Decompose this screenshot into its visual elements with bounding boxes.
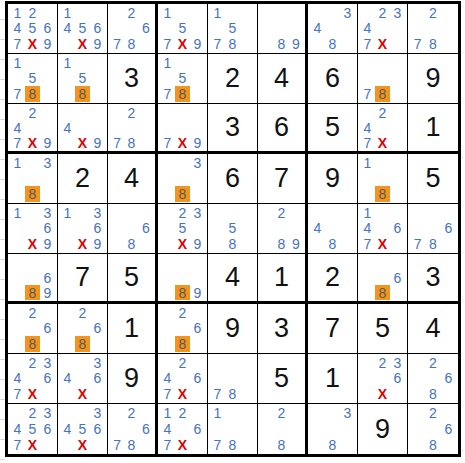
candidates: 289: [258, 204, 305, 253]
candidates: 4X9: [58, 104, 107, 151]
big-digit: 6: [308, 54, 357, 103]
candidate-3: 3: [390, 5, 405, 21]
cell-r2c6[interactable]: 4: [258, 54, 308, 104]
cell-r7c4[interactable]: 268: [158, 304, 208, 354]
cell-r5c5[interactable]: 58: [208, 204, 258, 254]
candidate-8: 8: [425, 36, 440, 52]
empty-candidate-slot: [160, 285, 175, 300]
big-digit: 6: [208, 154, 257, 203]
empty-candidate-slot: [40, 86, 55, 102]
cell-r3c7[interactable]: 5: [308, 104, 358, 154]
candidate-6: 6: [139, 221, 153, 237]
candidates: 158: [58, 54, 107, 103]
candidates: 1456X9: [58, 4, 107, 53]
cell-r2c7[interactable]: 6: [308, 54, 358, 104]
empty-candidate-slot: [325, 205, 340, 221]
candidate-4: 4: [360, 221, 375, 237]
cell-r7c3[interactable]: 1: [108, 304, 158, 354]
empty-candidate-slot: [60, 386, 75, 402]
empty-candidate-slot: [260, 21, 274, 37]
candidates: 234567X: [8, 404, 57, 454]
cell-r4c1[interactable]: 138: [8, 154, 58, 204]
empty-candidate-slot: [160, 186, 175, 202]
candidates: 78: [208, 354, 257, 403]
empty-candidate-slot: [40, 71, 55, 87]
candidate-2: 2: [375, 105, 390, 120]
candidate-9: 9: [40, 135, 55, 150]
empty-candidate-slot: [340, 236, 355, 252]
cell-r1c1[interactable]: 124567X9: [8, 4, 58, 54]
candidate-6: 6: [390, 371, 405, 387]
cell-r4c4[interactable]: 38: [158, 154, 208, 204]
candidate-9: 9: [190, 135, 205, 150]
candidate-6: 6: [190, 371, 205, 387]
empty-candidate-slot: [240, 437, 255, 453]
highlighted-candidate-8: 8: [175, 285, 190, 300]
empty-candidate-slot: [210, 355, 225, 371]
cell-r9c6[interactable]: 28: [258, 404, 308, 454]
empty-candidate-slot: [139, 437, 153, 453]
cell-r3c4[interactable]: 7X9: [158, 104, 208, 154]
candidate-2: 2: [124, 5, 138, 21]
cell-r6c5[interactable]: 4: [208, 254, 258, 304]
empty-candidate-slot: [210, 421, 225, 437]
candidate-6: 6: [441, 421, 456, 437]
big-digit: 3: [108, 54, 155, 103]
cell-r8c4[interactable]: 2467X: [158, 354, 208, 404]
empty-candidate-slot: [441, 21, 456, 37]
empty-candidate-slot: [360, 5, 375, 21]
cell-r7c7[interactable]: 7: [308, 304, 358, 354]
candidate-8: 8: [425, 236, 440, 252]
cell-r8c8[interactable]: 236X: [358, 354, 408, 404]
cell-r9c5[interactable]: 178: [208, 404, 258, 454]
empty-candidate-slot: [40, 120, 55, 135]
candidate-6: 6: [40, 421, 55, 437]
cell-r6c4[interactable]: 89: [158, 254, 208, 304]
candidate-5: 5: [75, 421, 90, 437]
highlighted-candidate-8: 8: [375, 86, 390, 102]
candidate-3: 3: [340, 5, 355, 21]
cell-r9c8[interactable]: 9: [358, 404, 408, 454]
cell-r3c2[interactable]: 4X9: [58, 104, 108, 154]
cell-r1c7[interactable]: 348: [308, 4, 358, 54]
cell-r1c5[interactable]: 1578: [208, 4, 258, 54]
empty-candidate-slot: [160, 171, 175, 187]
cell-r2c5[interactable]: 2: [208, 54, 258, 104]
empty-candidate-slot: [325, 421, 340, 437]
big-digit: 4: [408, 304, 458, 353]
candidates: 28: [258, 404, 305, 454]
empty-candidate-slot: [310, 437, 325, 453]
empty-candidate-slot: [124, 421, 138, 437]
cell-r4c9[interactable]: 5: [408, 154, 458, 204]
cell-r1c8[interactable]: 2347X: [358, 4, 408, 54]
empty-candidate-slot: [390, 386, 405, 402]
candidate-7: 7: [110, 36, 124, 52]
highlighted-candidate-8: 8: [375, 186, 390, 202]
cell-r2c4[interactable]: 1578: [158, 54, 208, 104]
cell-r5c7[interactable]: 48: [308, 204, 358, 254]
x-mark: X: [75, 386, 90, 402]
candidate-4: 4: [60, 120, 75, 135]
empty-candidate-slot: [410, 405, 425, 421]
empty-candidate-slot: [441, 36, 456, 52]
empty-candidate-slot: [390, 135, 405, 150]
cell-r3c3[interactable]: 278: [108, 104, 158, 154]
cell-r8c9[interactable]: 268: [408, 354, 458, 404]
cell-r6c2[interactable]: 7: [58, 254, 108, 304]
candidate-7: 7: [360, 86, 375, 102]
candidate-2: 2: [274, 405, 288, 421]
empty-candidate-slot: [139, 236, 153, 252]
candidates: 2347X: [358, 4, 407, 53]
big-digit: 1: [258, 254, 305, 301]
empty-candidate-slot: [425, 221, 440, 237]
cell-r6c9[interactable]: 3: [408, 254, 458, 304]
empty-candidate-slot: [175, 270, 190, 285]
cell-r3c8[interactable]: 247X: [358, 104, 408, 154]
cell-r3c9[interactable]: 1: [408, 104, 458, 154]
cell-r5c3[interactable]: 68: [108, 204, 158, 254]
empty-candidate-slot: [190, 105, 205, 120]
empty-candidate-slot: [60, 305, 75, 321]
cell-r3c6[interactable]: 6: [258, 104, 308, 154]
empty-candidate-slot: [274, 221, 288, 237]
candidates: 78: [358, 54, 407, 103]
candidate-8: 8: [425, 386, 440, 402]
cell-r4c6[interactable]: 7: [258, 154, 308, 204]
x-mark: X: [25, 236, 40, 252]
big-digit: 1: [108, 304, 155, 353]
empty-candidate-slot: [390, 21, 405, 37]
candidate-4: 4: [310, 21, 325, 37]
cell-r6c1[interactable]: 689: [8, 254, 58, 304]
cell-r8c5[interactable]: 78: [208, 354, 258, 404]
empty-candidate-slot: [75, 205, 90, 221]
empty-candidate-slot: [340, 221, 355, 237]
candidate-7: 7: [160, 135, 175, 150]
big-digit: 9: [408, 54, 458, 103]
empty-candidate-slot: [410, 355, 425, 371]
cell-r5c6[interactable]: 289: [258, 204, 308, 254]
x-mark: X: [375, 135, 390, 150]
empty-candidate-slot: [375, 255, 390, 270]
empty-candidate-slot: [210, 21, 225, 37]
highlighted-candidate-8: 8: [75, 336, 90, 352]
empty-candidate-slot: [210, 236, 225, 252]
empty-candidate-slot: [441, 437, 456, 453]
empty-candidate-slot: [375, 270, 390, 285]
cell-r6c7[interactable]: 2: [308, 254, 358, 304]
cell-r2c9[interactable]: 9: [408, 54, 458, 104]
candidate-3: 3: [90, 355, 105, 371]
candidate-7: 7: [410, 36, 425, 52]
cell-r5c9[interactable]: 678: [408, 204, 458, 254]
sudoku-board: 124567X91456X92678157X91578893482347X278…: [5, 1, 461, 457]
candidate-1: 1: [10, 155, 25, 171]
candidates: 278: [108, 104, 155, 151]
empty-candidate-slot: [274, 5, 288, 21]
empty-candidate-slot: [340, 437, 355, 453]
candidate-1: 1: [210, 405, 225, 421]
big-digit: 7: [308, 304, 357, 353]
empty-candidate-slot: [410, 371, 425, 387]
empty-candidate-slot: [310, 236, 325, 252]
empty-candidate-slot: [160, 305, 175, 321]
cell-r5c2[interactable]: 136X9: [58, 204, 108, 254]
empty-candidate-slot: [325, 21, 340, 37]
candidates: 136X9: [8, 204, 57, 253]
empty-candidate-slot: [260, 5, 274, 21]
cell-r4c5[interactable]: 6: [208, 154, 258, 204]
cell-r4c7[interactable]: 9: [308, 154, 358, 204]
candidate-5: 5: [75, 71, 90, 87]
candidates: 38: [158, 154, 207, 203]
empty-candidate-slot: [240, 405, 255, 421]
cell-r2c2[interactable]: 158: [58, 54, 108, 104]
candidate-3: 3: [340, 405, 355, 421]
cell-r8c3[interactable]: 9: [108, 354, 158, 404]
empty-candidate-slot: [90, 86, 105, 102]
cell-r6c8[interactable]: 68: [358, 254, 408, 304]
cell-r6c3[interactable]: 5: [108, 254, 158, 304]
empty-candidate-slot: [410, 5, 425, 21]
candidate-3: 3: [390, 355, 405, 371]
empty-candidate-slot: [240, 355, 255, 371]
candidate-2: 2: [25, 105, 40, 120]
candidate-4: 4: [10, 21, 25, 37]
empty-candidate-slot: [190, 5, 205, 21]
empty-candidate-slot: [90, 437, 105, 453]
empty-candidate-slot: [225, 421, 240, 437]
cell-r7c6[interactable]: 3: [258, 304, 308, 354]
candidate-3: 3: [40, 355, 55, 371]
empty-candidate-slot: [160, 236, 175, 252]
cell-r4c8[interactable]: 18: [358, 154, 408, 204]
empty-candidate-slot: [240, 371, 255, 387]
empty-candidate-slot: [175, 105, 190, 120]
empty-candidate-slot: [210, 205, 225, 221]
empty-candidate-slot: [340, 36, 355, 52]
empty-candidate-slot: [260, 205, 274, 221]
empty-candidate-slot: [240, 421, 255, 437]
empty-candidate-slot: [375, 205, 390, 221]
candidate-1: 1: [210, 5, 225, 21]
candidate-2: 2: [25, 355, 40, 371]
empty-candidate-slot: [139, 135, 153, 150]
candidates: 178: [208, 404, 257, 454]
candidate-7: 7: [160, 86, 175, 102]
x-mark: X: [175, 135, 190, 150]
empty-candidate-slot: [139, 36, 153, 52]
empty-candidate-slot: [390, 105, 405, 120]
highlighted-candidate-8: 8: [175, 186, 190, 202]
candidate-8: 8: [124, 236, 138, 252]
cell-r7c2[interactable]: 268: [58, 304, 108, 354]
candidate-5: 5: [225, 21, 240, 37]
candidate-9: 9: [190, 36, 205, 52]
cell-r9c4[interactable]: 12467X: [158, 404, 208, 454]
empty-candidate-slot: [190, 336, 205, 352]
cell-r9c3[interactable]: 2678: [108, 404, 158, 454]
highlighted-candidate-8: 8: [25, 86, 40, 102]
candidates: 89: [258, 4, 305, 53]
candidate-4: 4: [60, 21, 75, 37]
cell-r1c4[interactable]: 157X9: [158, 4, 208, 54]
candidate-7: 7: [10, 36, 25, 52]
empty-candidate-slot: [90, 5, 105, 21]
cell-r8c2[interactable]: 346X: [58, 354, 108, 404]
candidate-7: 7: [160, 437, 175, 453]
empty-candidate-slot: [375, 221, 390, 237]
empty-candidate-slot: [190, 55, 205, 71]
candidates: 1467X: [358, 204, 407, 253]
empty-candidate-slot: [75, 355, 90, 371]
empty-candidate-slot: [225, 405, 240, 421]
candidates: 1578: [208, 4, 257, 53]
big-digit: 9: [108, 354, 155, 403]
x-mark: X: [25, 135, 40, 150]
cell-r8c1[interactable]: 23467X: [8, 354, 58, 404]
empty-candidate-slot: [340, 205, 355, 221]
cell-r2c3[interactable]: 3: [108, 54, 158, 104]
empty-candidate-slot: [160, 321, 175, 337]
highlighted-candidate-8: 8: [175, 336, 190, 352]
empty-candidate-slot: [139, 405, 153, 421]
cell-r5c4[interactable]: 235X9: [158, 204, 208, 254]
cell-r4c3[interactable]: 4: [108, 154, 158, 204]
cell-r2c1[interactable]: 1578: [8, 54, 58, 104]
empty-candidate-slot: [375, 71, 390, 87]
empty-candidate-slot: [25, 120, 40, 135]
highlighted-candidate-8: 8: [25, 336, 40, 352]
empty-candidate-slot: [310, 5, 325, 21]
cell-r8c6[interactable]: 5: [258, 354, 308, 404]
empty-candidate-slot: [10, 355, 25, 371]
candidate-3: 3: [190, 205, 205, 221]
cell-r8c7[interactable]: 1: [308, 354, 358, 404]
empty-candidate-slot: [325, 221, 340, 237]
candidate-6: 6: [90, 21, 105, 37]
candidate-1: 1: [160, 5, 175, 21]
cell-r1c2[interactable]: 1456X9: [58, 4, 108, 54]
big-digit: 9: [308, 154, 357, 203]
cell-r7c1[interactable]: 268: [8, 304, 58, 354]
cell-r3c1[interactable]: 247X9: [8, 104, 58, 154]
empty-candidate-slot: [175, 155, 190, 171]
candidate-2: 2: [25, 5, 40, 21]
empty-candidate-slot: [10, 255, 25, 270]
empty-candidate-slot: [175, 171, 190, 187]
cell-r5c1[interactable]: 136X9: [8, 204, 58, 254]
empty-candidate-slot: [390, 186, 405, 202]
cell-r9c2[interactable]: 3456X: [58, 404, 108, 454]
empty-candidate-slot: [60, 86, 75, 102]
cell-r7c5[interactable]: 9: [208, 304, 258, 354]
big-digit: 5: [358, 304, 407, 353]
big-digit: 2: [208, 54, 257, 103]
candidate-2: 2: [425, 405, 440, 421]
candidates: 278: [408, 4, 458, 53]
candidate-9: 9: [90, 36, 105, 52]
candidates: 3456X: [58, 404, 107, 454]
candidates: 268: [158, 304, 207, 353]
empty-candidate-slot: [240, 36, 255, 52]
empty-candidate-slot: [25, 155, 40, 171]
cell-r9c7[interactable]: 38: [308, 404, 358, 454]
empty-candidate-slot: [75, 55, 90, 71]
empty-candidate-slot: [160, 205, 175, 221]
x-mark: X: [75, 135, 90, 150]
empty-candidate-slot: [190, 437, 205, 453]
cell-r7c9[interactable]: 4: [408, 304, 458, 354]
candidate-6: 6: [90, 221, 105, 237]
cell-r2c8[interactable]: 78: [358, 54, 408, 104]
empty-candidate-slot: [10, 221, 25, 237]
candidate-6: 6: [40, 321, 55, 337]
empty-candidate-slot: [90, 305, 105, 321]
empty-candidate-slot: [240, 236, 255, 252]
candidate-8: 8: [124, 437, 138, 453]
candidates: 2678: [108, 4, 155, 53]
candidates: 247X: [358, 104, 407, 151]
x-mark: X: [375, 36, 390, 52]
highlighted-candidate-8: 8: [25, 186, 40, 202]
candidate-8: 8: [124, 36, 138, 52]
empty-candidate-slot: [375, 171, 390, 187]
cell-r9c9[interactable]: 268: [408, 404, 458, 454]
x-mark: X: [175, 236, 190, 252]
candidate-4: 4: [160, 371, 175, 387]
cell-r1c3[interactable]: 2678: [108, 4, 158, 54]
empty-candidate-slot: [110, 120, 124, 135]
empty-candidate-slot: [10, 171, 25, 187]
empty-candidate-slot: [360, 255, 375, 270]
cell-r5c8[interactable]: 1467X: [358, 204, 408, 254]
empty-candidate-slot: [40, 171, 55, 187]
cell-r9c1[interactable]: 234567X: [8, 404, 58, 454]
empty-candidate-slot: [225, 205, 240, 221]
empty-candidate-slot: [160, 255, 175, 270]
candidate-1: 1: [10, 205, 25, 221]
empty-candidate-slot: [240, 221, 255, 237]
cell-r6c6[interactable]: 1: [258, 254, 308, 304]
candidates: 23467X: [8, 354, 57, 403]
candidate-2: 2: [175, 405, 190, 421]
cell-r4c2[interactable]: 2: [58, 154, 108, 204]
empty-candidate-slot: [190, 86, 205, 102]
candidate-9: 9: [289, 36, 303, 52]
cell-r1c6[interactable]: 89: [258, 4, 308, 54]
x-mark: X: [75, 437, 90, 453]
candidate-6: 6: [90, 321, 105, 337]
candidate-3: 3: [90, 405, 105, 421]
candidate-4: 4: [10, 421, 25, 437]
empty-candidate-slot: [375, 21, 390, 37]
cell-r1c9[interactable]: 278: [408, 4, 458, 54]
cell-r3c5[interactable]: 3: [208, 104, 258, 154]
candidate-4: 4: [10, 371, 25, 387]
cell-r7c8[interactable]: 5: [358, 304, 408, 354]
candidate-3: 3: [190, 155, 205, 171]
candidates: 18: [358, 154, 407, 203]
empty-candidate-slot: [160, 105, 175, 120]
empty-candidate-slot: [25, 270, 40, 285]
big-digit: 2: [308, 254, 357, 301]
candidate-2: 2: [425, 5, 440, 21]
big-digit: 1: [408, 104, 458, 151]
